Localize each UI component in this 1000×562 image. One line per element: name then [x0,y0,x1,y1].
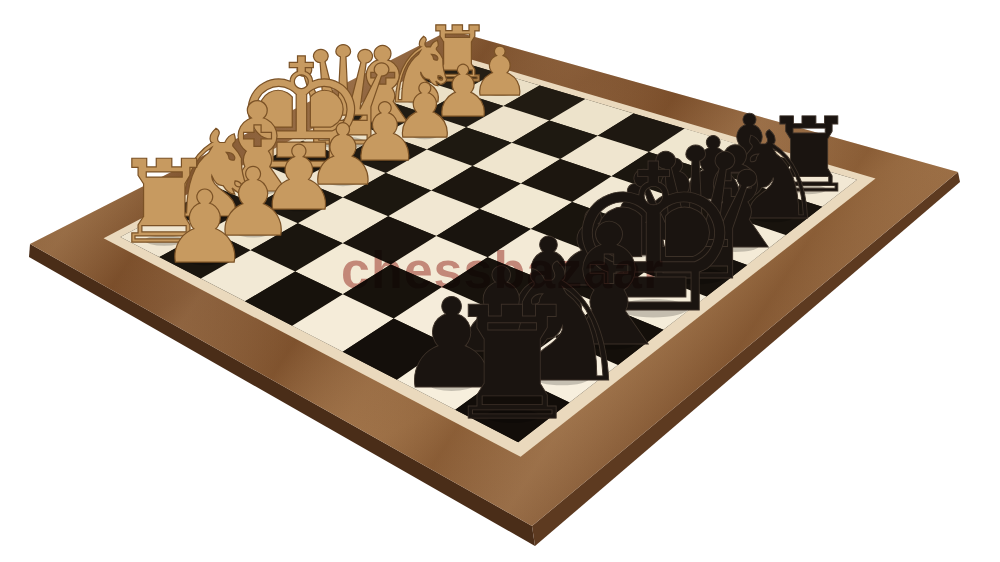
piece-white-pawn-h2: ♟ [160,169,250,286]
chess-board: ♜♟♞♟♝♟♛♟♚♟♟♝♜♟♟♞♞♟♟♜♝♟♟♛♟♚♟♝♟♞♟♜ [0,0,1000,562]
piece-black-rook-h8: ♜ [442,273,582,455]
chess-set-product-photo: ♜♟♞♟♝♟♛♟♚♟♟♝♜♟♟♞♞♟♟♜♝♟♟♛♟♚♟♝♟♞♟♜ chessba… [0,0,1000,562]
